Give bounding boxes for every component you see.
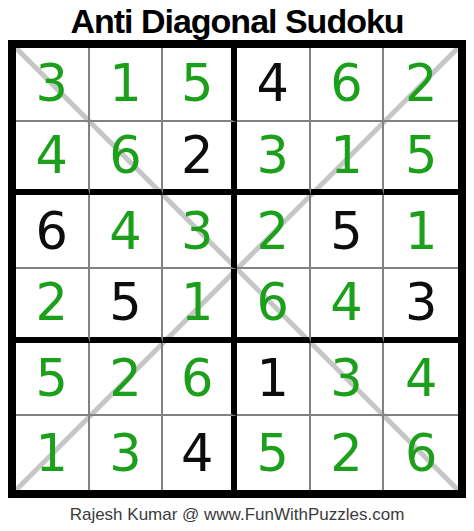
cell-r6c6[interactable]: 6 bbox=[384, 416, 458, 490]
cell-r5c2[interactable]: 2 bbox=[90, 343, 164, 417]
cell-r6c4[interactable]: 5 bbox=[237, 416, 311, 490]
cell-r5c1[interactable]: 5 bbox=[16, 343, 90, 417]
cell-r1c6[interactable]: 2 bbox=[384, 48, 458, 122]
attribution-caption: Rajesh Kumar @ www.FunWithPuzzles.com bbox=[0, 505, 474, 525]
cell-r1c5[interactable]: 6 bbox=[311, 48, 385, 122]
cell-r2c1[interactable]: 4 bbox=[16, 122, 90, 196]
cell-r1c1[interactable]: 3 bbox=[16, 48, 90, 122]
cell-r3c3[interactable]: 3 bbox=[163, 195, 237, 269]
cell-r4c4[interactable]: 6 bbox=[237, 269, 311, 343]
cell-r6c1[interactable]: 1 bbox=[16, 416, 90, 490]
cell-r3c2[interactable]: 4 bbox=[90, 195, 164, 269]
cell-r4c3[interactable]: 1 bbox=[163, 269, 237, 343]
page-title: Anti Diagonal Sudoku bbox=[0, 0, 474, 40]
cell-r4c1[interactable]: 2 bbox=[16, 269, 90, 343]
cell-r2c5[interactable]: 1 bbox=[311, 122, 385, 196]
cell-r6c5[interactable]: 2 bbox=[311, 416, 385, 490]
cell-r2c6[interactable]: 5 bbox=[384, 122, 458, 196]
cell-r5c6[interactable]: 4 bbox=[384, 343, 458, 417]
cell-r1c2[interactable]: 1 bbox=[90, 48, 164, 122]
sudoku-grid: 315462462315643251251643526134134526 bbox=[16, 48, 458, 490]
cell-r3c5[interactable]: 5 bbox=[311, 195, 385, 269]
page: Anti Diagonal Sudoku 3154624623156432512… bbox=[0, 0, 474, 531]
cell-r4c6[interactable]: 3 bbox=[384, 269, 458, 343]
cell-r2c2[interactable]: 6 bbox=[90, 122, 164, 196]
cell-r3c4[interactable]: 2 bbox=[237, 195, 311, 269]
cell-r4c5[interactable]: 4 bbox=[311, 269, 385, 343]
sudoku-board: 315462462315643251251643526134134526 bbox=[8, 40, 466, 498]
cell-r6c2[interactable]: 3 bbox=[90, 416, 164, 490]
cell-r5c5[interactable]: 3 bbox=[311, 343, 385, 417]
cell-r6c3[interactable]: 4 bbox=[163, 416, 237, 490]
cell-r1c3[interactable]: 5 bbox=[163, 48, 237, 122]
cell-r2c4[interactable]: 3 bbox=[237, 122, 311, 196]
cell-r3c6[interactable]: 1 bbox=[384, 195, 458, 269]
cell-r3c1[interactable]: 6 bbox=[16, 195, 90, 269]
cell-r4c2[interactable]: 5 bbox=[90, 269, 164, 343]
cell-r5c4[interactable]: 1 bbox=[237, 343, 311, 417]
cell-r1c4[interactable]: 4 bbox=[237, 48, 311, 122]
cell-r2c3[interactable]: 2 bbox=[163, 122, 237, 196]
cell-r5c3[interactable]: 6 bbox=[163, 343, 237, 417]
